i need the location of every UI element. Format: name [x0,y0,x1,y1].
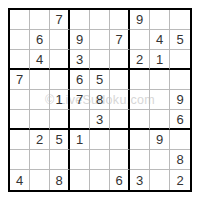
cell-r8c1[interactable] [10,150,30,170]
cell-r3c7: 2 [130,50,150,70]
cell-r9c6: 6 [110,170,130,190]
cell-r7c3: 5 [50,130,70,150]
cell-r4c5: 5 [90,70,110,90]
cell-r8c6[interactable] [110,150,130,170]
cell-r7c6[interactable] [110,130,130,150]
cell-r2c6: 7 [110,30,130,50]
cell-r8c9: 8 [170,150,190,170]
cell-r9c9: 2 [170,170,190,190]
cell-r4c6[interactable] [110,70,130,90]
cell-r7c8: 9 [150,130,170,150]
cell-r1c6[interactable] [110,10,130,30]
cell-r1c2[interactable] [30,10,50,30]
cell-r6c4[interactable] [70,110,90,130]
cell-r7c2: 2 [30,130,50,150]
cell-r1c3: 7 [50,10,70,30]
cell-r8c2[interactable] [30,150,50,170]
cell-r5c4: 7 [70,90,90,110]
cell-r5c8[interactable] [150,90,170,110]
cell-r6c3[interactable] [50,110,70,130]
cell-r3c8: 1 [150,50,170,70]
cell-r6c6[interactable] [110,110,130,130]
cell-r3c1[interactable] [10,50,30,70]
cell-r4c7[interactable] [130,70,150,90]
cell-r1c8[interactable] [150,10,170,30]
cell-r3c9[interactable] [170,50,190,70]
cell-r7c5[interactable] [90,130,110,150]
cell-r9c7: 3 [130,170,150,190]
cell-r6c1[interactable] [10,110,30,130]
cell-r4c3[interactable] [50,70,70,90]
cell-r9c4[interactable] [70,170,90,190]
cell-r1c1[interactable] [10,10,30,30]
cell-r4c4: 6 [70,70,90,90]
cell-r8c3[interactable] [50,150,70,170]
cell-r3c5[interactable] [90,50,110,70]
cell-r8c8[interactable] [150,150,170,170]
cell-r4c1: 7 [10,70,30,90]
cell-r8c4[interactable] [70,150,90,170]
cell-r2c7[interactable] [130,30,150,50]
cell-r4c2[interactable] [30,70,50,90]
cell-r1c5[interactable] [90,10,110,30]
cell-r3c4: 3 [70,50,90,70]
cell-r1c7: 9 [130,10,150,30]
cell-r3c2: 4 [30,50,50,70]
cell-r1c4[interactable] [70,10,90,30]
cell-r3c6[interactable] [110,50,130,70]
cell-r7c9[interactable] [170,130,190,150]
cell-r6c8[interactable] [150,110,170,130]
cell-r5c3: 1 [50,90,70,110]
cell-r2c2: 6 [30,30,50,50]
cell-r2c5[interactable] [90,30,110,50]
cell-r8c7[interactable] [130,150,150,170]
cell-r2c8: 4 [150,30,170,50]
cell-r5c1[interactable] [10,90,30,110]
cell-r1c9[interactable] [170,10,190,30]
cell-r5c5: 8 [90,90,110,110]
cell-r5c6[interactable] [110,90,130,110]
cell-r2c1[interactable] [10,30,30,50]
cell-r5c7[interactable] [130,90,150,110]
cell-r9c2[interactable] [30,170,50,190]
sudoku-puzzle-page: © LiveSudoku.com 79697454321765178936251… [0,0,200,200]
cell-r6c5: 3 [90,110,110,130]
cell-r9c3: 8 [50,170,70,190]
cell-r5c9: 9 [170,90,190,110]
cell-r7c4: 1 [70,130,90,150]
sudoku-board: 796974543217651789362519848632 [8,8,192,192]
cell-r2c3[interactable] [50,30,70,50]
cell-r9c8[interactable] [150,170,170,190]
cell-r2c9: 5 [170,30,190,50]
cell-r6c9: 6 [170,110,190,130]
cell-r7c7[interactable] [130,130,150,150]
cell-r5c2[interactable] [30,90,50,110]
cell-r4c9[interactable] [170,70,190,90]
cell-r6c7[interactable] [130,110,150,130]
cell-r2c4: 9 [70,30,90,50]
cell-r9c5[interactable] [90,170,110,190]
cell-r7c1[interactable] [10,130,30,150]
cell-r9c1: 4 [10,170,30,190]
cell-r6c2[interactable] [30,110,50,130]
cell-r4c8[interactable] [150,70,170,90]
cell-r3c3[interactable] [50,50,70,70]
cell-r8c5[interactable] [90,150,110,170]
